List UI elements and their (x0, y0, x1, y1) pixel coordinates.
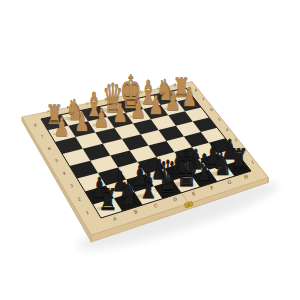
chess-board: AABBCCDDEEFFGGHH1122334455667788♜♞♝♟♚♟♛♟… (0, 0, 300, 300)
white-pawn: ♟ (148, 91, 163, 120)
white-pawn: ♟ (131, 95, 146, 124)
black-knight: ♞ (118, 174, 138, 212)
black-bishop: ♝ (138, 164, 158, 206)
svg-text:♟: ♟ (94, 103, 109, 132)
white-pawn: ♟ (182, 83, 197, 112)
svg-text:♜: ♜ (98, 183, 117, 217)
white-pawn: ♟ (74, 108, 89, 137)
white-pawn: ♟ (112, 99, 127, 128)
white-pawn: ♟ (54, 112, 69, 141)
black-queen: ♛ (156, 151, 179, 201)
photo-canvas: AABBCCDDEEFFGGHH1122334455667788♜♞♝♟♚♟♛♟… (0, 0, 300, 300)
svg-text:♟: ♟ (112, 99, 127, 128)
svg-text:♝: ♝ (138, 164, 158, 206)
svg-text:♟: ♟ (148, 91, 163, 120)
white-pawn: ♟ (165, 87, 180, 116)
svg-text:♞: ♞ (118, 174, 138, 212)
svg-text:♟: ♟ (74, 108, 89, 137)
svg-text:♟: ♟ (182, 83, 197, 112)
white-pawn: ♟ (94, 103, 109, 132)
svg-text:♟: ♟ (165, 87, 180, 116)
black-rook: ♜ (98, 183, 117, 217)
svg-text:♟: ♟ (131, 95, 146, 124)
svg-text:♟: ♟ (54, 112, 69, 141)
svg-text:♛: ♛ (156, 151, 179, 201)
